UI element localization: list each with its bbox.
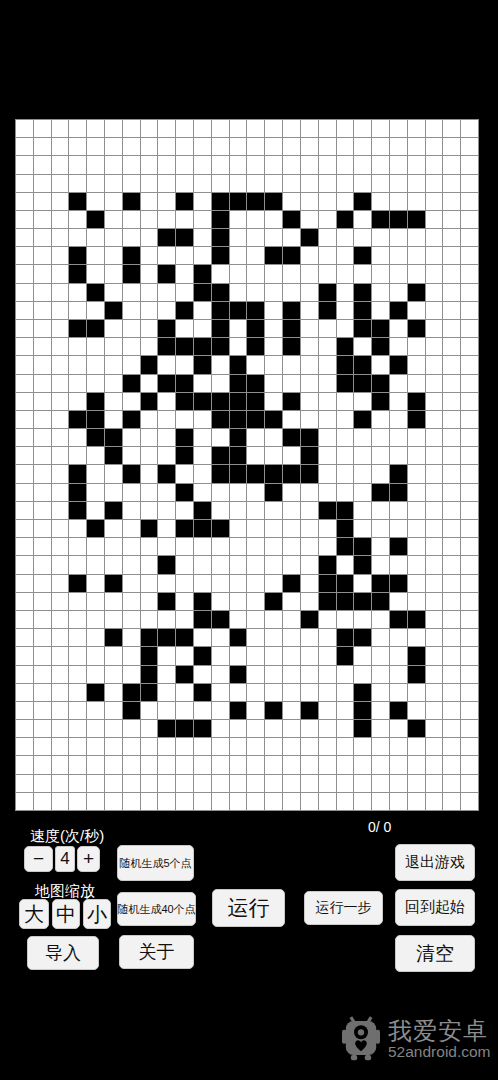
cell-r18c17[interactable]: [319, 447, 336, 464]
cell-r13c20[interactable]: [372, 356, 389, 373]
cell-r15c25[interactable]: [461, 393, 478, 410]
cell-r36c16[interactable]: [301, 775, 318, 792]
cell-r10c7[interactable]: [141, 302, 158, 319]
cell-r25c17[interactable]: [319, 575, 336, 592]
cell-r9c0[interactable]: [16, 284, 33, 301]
cell-r31c14[interactable]: [265, 684, 282, 701]
cell-r2c10[interactable]: [194, 156, 211, 173]
cell-r0c10[interactable]: [194, 120, 211, 137]
cell-r26c5[interactable]: [105, 593, 122, 610]
cell-r13c18[interactable]: [337, 356, 354, 373]
cell-r9c21[interactable]: [390, 284, 407, 301]
cell-r7c18[interactable]: [337, 247, 354, 264]
cell-r15c23[interactable]: [426, 393, 443, 410]
cell-r1c24[interactable]: [443, 138, 460, 155]
cell-r37c3[interactable]: [69, 793, 86, 810]
cell-r33c12[interactable]: [230, 720, 247, 737]
zoom-medium-button[interactable]: 中: [52, 899, 80, 929]
cell-r2c11[interactable]: [212, 156, 229, 173]
cell-r13c8[interactable]: [158, 356, 175, 373]
cell-r1c17[interactable]: [319, 138, 336, 155]
cell-r4c16[interactable]: [301, 193, 318, 210]
cell-r18c6[interactable]: [123, 447, 140, 464]
cell-r6c8[interactable]: [158, 229, 175, 246]
cell-r5c19[interactable]: [354, 211, 371, 228]
cell-r15c17[interactable]: [319, 393, 336, 410]
cell-r31c23[interactable]: [426, 684, 443, 701]
cell-r37c18[interactable]: [337, 793, 354, 810]
cell-r18c20[interactable]: [372, 447, 389, 464]
cell-r16c12[interactable]: [230, 411, 247, 428]
cell-r15c10[interactable]: [194, 393, 211, 410]
cell-r17c25[interactable]: [461, 429, 478, 446]
cell-r29c4[interactable]: [87, 647, 104, 664]
cell-r21c10[interactable]: [194, 502, 211, 519]
cell-r34c22[interactable]: [408, 738, 425, 755]
cell-r33c14[interactable]: [265, 720, 282, 737]
cell-r36c9[interactable]: [176, 775, 193, 792]
cell-r30c13[interactable]: [247, 666, 264, 683]
cell-r30c15[interactable]: [283, 666, 300, 683]
cell-r17c20[interactable]: [372, 429, 389, 446]
cell-r36c17[interactable]: [319, 775, 336, 792]
cell-r16c5[interactable]: [105, 411, 122, 428]
cell-r10c9[interactable]: [176, 302, 193, 319]
cell-r8c8[interactable]: [158, 265, 175, 282]
cell-r37c10[interactable]: [194, 793, 211, 810]
cell-r26c13[interactable]: [247, 593, 264, 610]
cell-r1c4[interactable]: [87, 138, 104, 155]
cell-r27c5[interactable]: [105, 611, 122, 628]
cell-r18c5[interactable]: [105, 447, 122, 464]
cell-r31c25[interactable]: [461, 684, 478, 701]
cell-r37c19[interactable]: [354, 793, 371, 810]
cell-r23c15[interactable]: [283, 538, 300, 555]
cell-r20c2[interactable]: [52, 484, 69, 501]
cell-r10c4[interactable]: [87, 302, 104, 319]
cell-r7c23[interactable]: [426, 247, 443, 264]
cell-r16c24[interactable]: [443, 411, 460, 428]
cell-r27c16[interactable]: [301, 611, 318, 628]
cell-r9c16[interactable]: [301, 284, 318, 301]
cell-r33c9[interactable]: [176, 720, 193, 737]
cell-r2c24[interactable]: [443, 156, 460, 173]
cell-r19c2[interactable]: [52, 465, 69, 482]
cell-r9c6[interactable]: [123, 284, 140, 301]
cell-r34c2[interactable]: [52, 738, 69, 755]
cell-r5c4[interactable]: [87, 211, 104, 228]
cell-r35c24[interactable]: [443, 756, 460, 773]
cell-r31c20[interactable]: [372, 684, 389, 701]
cell-r2c8[interactable]: [158, 156, 175, 173]
cell-r34c5[interactable]: [105, 738, 122, 755]
cell-r19c22[interactable]: [408, 465, 425, 482]
cell-r24c7[interactable]: [141, 556, 158, 573]
cell-r28c4[interactable]: [87, 629, 104, 646]
cell-r21c2[interactable]: [52, 502, 69, 519]
cell-r5c9[interactable]: [176, 211, 193, 228]
cell-r20c10[interactable]: [194, 484, 211, 501]
cell-r27c12[interactable]: [230, 611, 247, 628]
cell-r34c17[interactable]: [319, 738, 336, 755]
cell-r17c17[interactable]: [319, 429, 336, 446]
cell-r22c1[interactable]: [34, 520, 51, 537]
cell-r11c24[interactable]: [443, 320, 460, 337]
cell-r33c25[interactable]: [461, 720, 478, 737]
cell-r16c4[interactable]: [87, 411, 104, 428]
cell-r31c8[interactable]: [158, 684, 175, 701]
cell-r36c1[interactable]: [34, 775, 51, 792]
cell-r20c15[interactable]: [283, 484, 300, 501]
cell-r23c21[interactable]: [390, 538, 407, 555]
cell-r18c16[interactable]: [301, 447, 318, 464]
cell-r29c15[interactable]: [283, 647, 300, 664]
cell-r9c14[interactable]: [265, 284, 282, 301]
cell-r24c24[interactable]: [443, 556, 460, 573]
cell-r25c0[interactable]: [16, 575, 33, 592]
cell-r31c9[interactable]: [176, 684, 193, 701]
cell-r22c10[interactable]: [194, 520, 211, 537]
cell-r19c4[interactable]: [87, 465, 104, 482]
cell-r37c1[interactable]: [34, 793, 51, 810]
cell-r9c18[interactable]: [337, 284, 354, 301]
cell-r10c17[interactable]: [319, 302, 336, 319]
cell-r34c4[interactable]: [87, 738, 104, 755]
cell-r15c7[interactable]: [141, 393, 158, 410]
cell-r34c6[interactable]: [123, 738, 140, 755]
cell-r3c21[interactable]: [390, 175, 407, 192]
cell-r16c9[interactable]: [176, 411, 193, 428]
cell-r7c11[interactable]: [212, 247, 229, 264]
cell-r32c20[interactable]: [372, 702, 389, 719]
cell-r28c25[interactable]: [461, 629, 478, 646]
cell-r18c0[interactable]: [16, 447, 33, 464]
cell-r12c20[interactable]: [372, 338, 389, 355]
cell-r9c25[interactable]: [461, 284, 478, 301]
cell-r5c20[interactable]: [372, 211, 389, 228]
cell-r23c2[interactable]: [52, 538, 69, 555]
cell-r7c0[interactable]: [16, 247, 33, 264]
cell-r28c23[interactable]: [426, 629, 443, 646]
cell-r29c1[interactable]: [34, 647, 51, 664]
cell-r7c19[interactable]: [354, 247, 371, 264]
cell-r21c8[interactable]: [158, 502, 175, 519]
cell-r22c0[interactable]: [16, 520, 33, 537]
cell-r5c3[interactable]: [69, 211, 86, 228]
cell-r36c8[interactable]: [158, 775, 175, 792]
cell-r0c6[interactable]: [123, 120, 140, 137]
cell-r20c21[interactable]: [390, 484, 407, 501]
cell-r35c3[interactable]: [69, 756, 86, 773]
cell-r17c4[interactable]: [87, 429, 104, 446]
cell-r3c19[interactable]: [354, 175, 371, 192]
cell-r33c15[interactable]: [283, 720, 300, 737]
cell-r4c12[interactable]: [230, 193, 247, 210]
cell-r23c19[interactable]: [354, 538, 371, 555]
cell-r31c16[interactable]: [301, 684, 318, 701]
cell-r19c16[interactable]: [301, 465, 318, 482]
cell-r2c15[interactable]: [283, 156, 300, 173]
cell-r22c3[interactable]: [69, 520, 86, 537]
cell-r27c17[interactable]: [319, 611, 336, 628]
cell-r6c16[interactable]: [301, 229, 318, 246]
cell-r14c16[interactable]: [301, 375, 318, 392]
zoom-big-button[interactable]: 大: [19, 899, 49, 929]
cell-r36c7[interactable]: [141, 775, 158, 792]
cell-r3c10[interactable]: [194, 175, 211, 192]
cell-r33c7[interactable]: [141, 720, 158, 737]
cell-r0c18[interactable]: [337, 120, 354, 137]
cell-r13c15[interactable]: [283, 356, 300, 373]
cell-r23c5[interactable]: [105, 538, 122, 555]
cell-r21c18[interactable]: [337, 502, 354, 519]
cell-r7c24[interactable]: [443, 247, 460, 264]
cell-r37c8[interactable]: [158, 793, 175, 810]
cell-r16c25[interactable]: [461, 411, 478, 428]
cell-r14c19[interactable]: [354, 375, 371, 392]
cell-r1c23[interactable]: [426, 138, 443, 155]
cell-r1c25[interactable]: [461, 138, 478, 155]
cell-r0c20[interactable]: [372, 120, 389, 137]
cell-r7c13[interactable]: [247, 247, 264, 264]
cell-r0c4[interactable]: [87, 120, 104, 137]
cell-r17c11[interactable]: [212, 429, 229, 446]
cell-r37c22[interactable]: [408, 793, 425, 810]
cell-r4c9[interactable]: [176, 193, 193, 210]
cell-r22c7[interactable]: [141, 520, 158, 537]
cell-r22c6[interactable]: [123, 520, 140, 537]
cell-r21c6[interactable]: [123, 502, 140, 519]
cell-r14c24[interactable]: [443, 375, 460, 392]
cell-r6c10[interactable]: [194, 229, 211, 246]
cell-r14c20[interactable]: [372, 375, 389, 392]
cell-r21c4[interactable]: [87, 502, 104, 519]
cell-r12c5[interactable]: [105, 338, 122, 355]
cell-r30c10[interactable]: [194, 666, 211, 683]
cell-r34c13[interactable]: [247, 738, 264, 755]
cell-r30c14[interactable]: [265, 666, 282, 683]
cell-r4c15[interactable]: [283, 193, 300, 210]
cell-r9c11[interactable]: [212, 284, 229, 301]
cell-r13c6[interactable]: [123, 356, 140, 373]
cell-r10c5[interactable]: [105, 302, 122, 319]
cell-r6c25[interactable]: [461, 229, 478, 246]
cell-r23c14[interactable]: [265, 538, 282, 555]
cell-r17c10[interactable]: [194, 429, 211, 446]
cell-r34c11[interactable]: [212, 738, 229, 755]
cell-r16c19[interactable]: [354, 411, 371, 428]
cell-r8c6[interactable]: [123, 265, 140, 282]
cell-r10c14[interactable]: [265, 302, 282, 319]
cell-r29c5[interactable]: [105, 647, 122, 664]
cell-r0c11[interactable]: [212, 120, 229, 137]
cell-r29c3[interactable]: [69, 647, 86, 664]
cell-r27c11[interactable]: [212, 611, 229, 628]
cell-r35c16[interactable]: [301, 756, 318, 773]
cell-r7c6[interactable]: [123, 247, 140, 264]
cell-r11c25[interactable]: [461, 320, 478, 337]
cell-r24c9[interactable]: [176, 556, 193, 573]
cell-r5c23[interactable]: [426, 211, 443, 228]
cell-r2c12[interactable]: [230, 156, 247, 173]
cell-r33c21[interactable]: [390, 720, 407, 737]
cell-r4c14[interactable]: [265, 193, 282, 210]
cell-r8c19[interactable]: [354, 265, 371, 282]
cell-r26c17[interactable]: [319, 593, 336, 610]
cell-r37c20[interactable]: [372, 793, 389, 810]
cell-r31c3[interactable]: [69, 684, 86, 701]
cell-r16c15[interactable]: [283, 411, 300, 428]
cell-r3c14[interactable]: [265, 175, 282, 192]
cell-r36c11[interactable]: [212, 775, 229, 792]
cell-r15c3[interactable]: [69, 393, 86, 410]
cell-r29c8[interactable]: [158, 647, 175, 664]
cell-r11c1[interactable]: [34, 320, 51, 337]
cell-r4c4[interactable]: [87, 193, 104, 210]
cell-r10c25[interactable]: [461, 302, 478, 319]
cell-r9c5[interactable]: [105, 284, 122, 301]
cell-r14c11[interactable]: [212, 375, 229, 392]
back-to-start-button[interactable]: 回到起始: [395, 889, 475, 926]
cell-r27c3[interactable]: [69, 611, 86, 628]
cell-r25c12[interactable]: [230, 575, 247, 592]
cell-r1c12[interactable]: [230, 138, 247, 155]
cell-r1c9[interactable]: [176, 138, 193, 155]
cell-r11c23[interactable]: [426, 320, 443, 337]
cell-r6c23[interactable]: [426, 229, 443, 246]
cell-r25c3[interactable]: [69, 575, 86, 592]
cell-r23c16[interactable]: [301, 538, 318, 555]
cell-r6c2[interactable]: [52, 229, 69, 246]
cell-r11c18[interactable]: [337, 320, 354, 337]
cell-r16c0[interactable]: [16, 411, 33, 428]
cell-r36c18[interactable]: [337, 775, 354, 792]
cell-r31c18[interactable]: [337, 684, 354, 701]
cell-r6c15[interactable]: [283, 229, 300, 246]
cell-r12c13[interactable]: [247, 338, 264, 355]
cell-r9c10[interactable]: [194, 284, 211, 301]
cell-r28c0[interactable]: [16, 629, 33, 646]
cell-r17c21[interactable]: [390, 429, 407, 446]
cell-r22c14[interactable]: [265, 520, 282, 537]
cell-r34c10[interactable]: [194, 738, 211, 755]
cell-r32c10[interactable]: [194, 702, 211, 719]
cell-r29c7[interactable]: [141, 647, 158, 664]
cell-r30c17[interactable]: [319, 666, 336, 683]
cell-r13c7[interactable]: [141, 356, 158, 373]
cell-r0c17[interactable]: [319, 120, 336, 137]
cell-r33c3[interactable]: [69, 720, 86, 737]
cell-r29c12[interactable]: [230, 647, 247, 664]
cell-r8c20[interactable]: [372, 265, 389, 282]
cell-r36c21[interactable]: [390, 775, 407, 792]
cell-r30c8[interactable]: [158, 666, 175, 683]
cell-r0c22[interactable]: [408, 120, 425, 137]
cell-r33c1[interactable]: [34, 720, 51, 737]
cell-r23c24[interactable]: [443, 538, 460, 555]
cell-r8c3[interactable]: [69, 265, 86, 282]
cell-r22c22[interactable]: [408, 520, 425, 537]
cell-r36c25[interactable]: [461, 775, 478, 792]
cell-r18c24[interactable]: [443, 447, 460, 464]
cell-r28c2[interactable]: [52, 629, 69, 646]
cell-r15c9[interactable]: [176, 393, 193, 410]
cell-r32c4[interactable]: [87, 702, 104, 719]
cell-r27c2[interactable]: [52, 611, 69, 628]
cell-r30c25[interactable]: [461, 666, 478, 683]
cell-r24c1[interactable]: [34, 556, 51, 573]
cell-r33c19[interactable]: [354, 720, 371, 737]
cell-r18c15[interactable]: [283, 447, 300, 464]
cell-r11c5[interactable]: [105, 320, 122, 337]
cell-r36c15[interactable]: [283, 775, 300, 792]
cell-r11c12[interactable]: [230, 320, 247, 337]
cell-r24c2[interactable]: [52, 556, 69, 573]
cell-r5c17[interactable]: [319, 211, 336, 228]
cell-r30c24[interactable]: [443, 666, 460, 683]
cell-r17c1[interactable]: [34, 429, 51, 446]
cell-r31c11[interactable]: [212, 684, 229, 701]
cell-r7c15[interactable]: [283, 247, 300, 264]
cell-r14c3[interactable]: [69, 375, 86, 392]
cell-r25c8[interactable]: [158, 575, 175, 592]
cell-r10c10[interactable]: [194, 302, 211, 319]
cell-r20c19[interactable]: [354, 484, 371, 501]
cell-r19c25[interactable]: [461, 465, 478, 482]
cell-r22c24[interactable]: [443, 520, 460, 537]
cell-r32c17[interactable]: [319, 702, 336, 719]
cell-r34c12[interactable]: [230, 738, 247, 755]
cell-r28c24[interactable]: [443, 629, 460, 646]
cell-r28c11[interactable]: [212, 629, 229, 646]
cell-r18c10[interactable]: [194, 447, 211, 464]
cell-r7c12[interactable]: [230, 247, 247, 264]
cell-r32c5[interactable]: [105, 702, 122, 719]
cell-r6c9[interactable]: [176, 229, 193, 246]
cell-r14c8[interactable]: [158, 375, 175, 392]
cell-r35c19[interactable]: [354, 756, 371, 773]
cell-r29c10[interactable]: [194, 647, 211, 664]
cell-r8c5[interactable]: [105, 265, 122, 282]
cell-r0c19[interactable]: [354, 120, 371, 137]
cell-r35c23[interactable]: [426, 756, 443, 773]
cell-r27c7[interactable]: [141, 611, 158, 628]
cell-r12c8[interactable]: [158, 338, 175, 355]
cell-r32c22[interactable]: [408, 702, 425, 719]
cell-r35c14[interactable]: [265, 756, 282, 773]
cell-r21c14[interactable]: [265, 502, 282, 519]
cell-r0c12[interactable]: [230, 120, 247, 137]
cell-r4c19[interactable]: [354, 193, 371, 210]
random-40-points-button[interactable]: 随机生成40个点: [117, 892, 196, 926]
cell-r7c8[interactable]: [158, 247, 175, 264]
cell-r5c25[interactable]: [461, 211, 478, 228]
cell-r20c18[interactable]: [337, 484, 354, 501]
cell-r25c22[interactable]: [408, 575, 425, 592]
cell-r3c5[interactable]: [105, 175, 122, 192]
cell-r20c3[interactable]: [69, 484, 86, 501]
cell-r20c20[interactable]: [372, 484, 389, 501]
cell-r23c13[interactable]: [247, 538, 264, 555]
cell-r19c23[interactable]: [426, 465, 443, 482]
cell-r15c13[interactable]: [247, 393, 264, 410]
cell-r17c22[interactable]: [408, 429, 425, 446]
cell-r9c12[interactable]: [230, 284, 247, 301]
cell-r27c10[interactable]: [194, 611, 211, 628]
cell-r11c13[interactable]: [247, 320, 264, 337]
cell-r9c3[interactable]: [69, 284, 86, 301]
cell-r6c6[interactable]: [123, 229, 140, 246]
